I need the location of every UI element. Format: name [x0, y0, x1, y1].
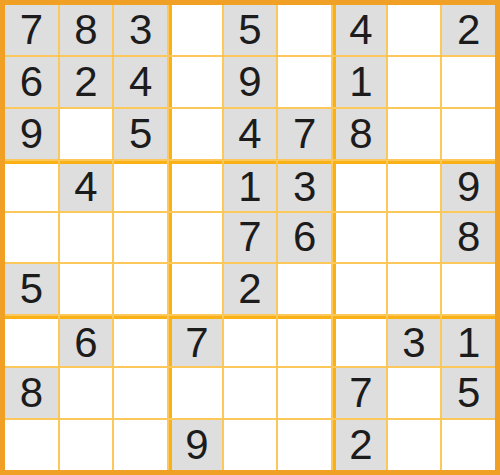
- cell-r7c3[interactable]: [114, 316, 167, 366]
- cell-r5c6[interactable]: 6: [278, 213, 331, 263]
- sudoku-board: 7835426249195478413976852673187592: [0, 0, 500, 475]
- cell-r4c9[interactable]: 9: [442, 161, 495, 211]
- cell-r6c8[interactable]: [388, 264, 441, 314]
- cell-r9c3[interactable]: [114, 420, 167, 470]
- cell-r4c6[interactable]: 3: [278, 161, 331, 211]
- cell-r1c4[interactable]: [169, 5, 222, 55]
- cell-r2c4[interactable]: [169, 57, 222, 107]
- cell-r5c5[interactable]: 7: [224, 213, 277, 263]
- cell-r4c8[interactable]: [388, 161, 441, 211]
- cell-r8c8[interactable]: [388, 368, 441, 418]
- cell-r5c2[interactable]: [60, 213, 113, 263]
- cell-r2c7[interactable]: 1: [333, 57, 386, 107]
- cell-r8c3[interactable]: [114, 368, 167, 418]
- cell-r6c5[interactable]: 2: [224, 264, 277, 314]
- cell-r9c6[interactable]: [278, 420, 331, 470]
- cell-r5c1[interactable]: [5, 213, 58, 263]
- cell-r3c8[interactable]: [388, 109, 441, 159]
- cell-r1c2[interactable]: 8: [60, 5, 113, 55]
- cell-r7c1[interactable]: [5, 316, 58, 366]
- cell-r3c9[interactable]: [442, 109, 495, 159]
- cell-r6c7[interactable]: [333, 264, 386, 314]
- cell-r5c3[interactable]: [114, 213, 167, 263]
- cell-r7c9[interactable]: 1: [442, 316, 495, 366]
- cell-r2c5[interactable]: 9: [224, 57, 277, 107]
- cell-r6c9[interactable]: [442, 264, 495, 314]
- cell-r5c9[interactable]: 8: [442, 213, 495, 263]
- cell-r1c8[interactable]: [388, 5, 441, 55]
- cell-r1c7[interactable]: 4: [333, 5, 386, 55]
- cell-r2c1[interactable]: 6: [5, 57, 58, 107]
- cell-r9c1[interactable]: [5, 420, 58, 470]
- cell-r7c8[interactable]: 3: [388, 316, 441, 366]
- cell-r2c6[interactable]: [278, 57, 331, 107]
- cell-r4c5[interactable]: 1: [224, 161, 277, 211]
- cell-r3c5[interactable]: 4: [224, 109, 277, 159]
- cell-r3c2[interactable]: [60, 109, 113, 159]
- cell-r7c2[interactable]: 6: [60, 316, 113, 366]
- cell-r8c2[interactable]: [60, 368, 113, 418]
- cell-r9c9[interactable]: [442, 420, 495, 470]
- cell-r4c3[interactable]: [114, 161, 167, 211]
- cell-r6c4[interactable]: [169, 264, 222, 314]
- cell-r9c2[interactable]: [60, 420, 113, 470]
- cell-r3c3[interactable]: 5: [114, 109, 167, 159]
- cell-r3c4[interactable]: [169, 109, 222, 159]
- cell-r9c7[interactable]: 2: [333, 420, 386, 470]
- cell-r9c8[interactable]: [388, 420, 441, 470]
- cell-r4c7[interactable]: [333, 161, 386, 211]
- cell-r1c5[interactable]: 5: [224, 5, 277, 55]
- cell-r6c3[interactable]: [114, 264, 167, 314]
- cell-r8c7[interactable]: 7: [333, 368, 386, 418]
- cell-r4c1[interactable]: [5, 161, 58, 211]
- cell-r2c9[interactable]: [442, 57, 495, 107]
- cell-r1c1[interactable]: 7: [5, 5, 58, 55]
- cell-r7c5[interactable]: [224, 316, 277, 366]
- cell-r7c7[interactable]: [333, 316, 386, 366]
- cell-r5c7[interactable]: [333, 213, 386, 263]
- cell-r9c4[interactable]: 9: [169, 420, 222, 470]
- cell-r6c6[interactable]: [278, 264, 331, 314]
- cell-r5c8[interactable]: [388, 213, 441, 263]
- cell-r4c2[interactable]: 4: [60, 161, 113, 211]
- cell-r8c6[interactable]: [278, 368, 331, 418]
- cell-r9c5[interactable]: [224, 420, 277, 470]
- cell-r7c6[interactable]: [278, 316, 331, 366]
- cell-r2c8[interactable]: [388, 57, 441, 107]
- cell-r3c7[interactable]: 8: [333, 109, 386, 159]
- cell-r2c2[interactable]: 2: [60, 57, 113, 107]
- cell-r1c9[interactable]: 2: [442, 5, 495, 55]
- cell-r8c1[interactable]: 8: [5, 368, 58, 418]
- cell-r1c3[interactable]: 3: [114, 5, 167, 55]
- cell-r4c4[interactable]: [169, 161, 222, 211]
- cell-r8c5[interactable]: [224, 368, 277, 418]
- cell-r8c9[interactable]: 5: [442, 368, 495, 418]
- cell-r6c2[interactable]: [60, 264, 113, 314]
- cell-r6c1[interactable]: 5: [5, 264, 58, 314]
- cell-r2c3[interactable]: 4: [114, 57, 167, 107]
- cell-r8c4[interactable]: [169, 368, 222, 418]
- cell-r3c6[interactable]: 7: [278, 109, 331, 159]
- cell-r1c6[interactable]: [278, 5, 331, 55]
- cell-r7c4[interactable]: 7: [169, 316, 222, 366]
- cell-r5c4[interactable]: [169, 213, 222, 263]
- cell-r3c1[interactable]: 9: [5, 109, 58, 159]
